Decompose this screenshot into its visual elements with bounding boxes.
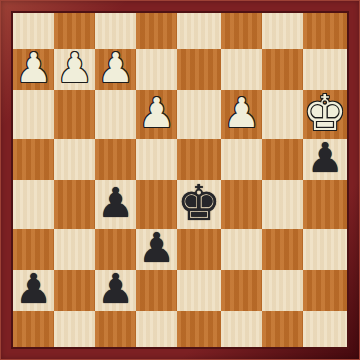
square-h8[interactable] [303, 13, 347, 49]
square-e8[interactable] [177, 13, 221, 49]
square-f5[interactable] [221, 139, 262, 180]
square-e7[interactable] [177, 49, 221, 90]
square-c5[interactable] [95, 139, 136, 180]
white-pawn[interactable]: ♟ [138, 93, 175, 134]
square-a6[interactable] [13, 90, 54, 139]
white-pawn[interactable]: ♟ [223, 93, 260, 134]
square-b4[interactable] [54, 180, 95, 229]
square-f2[interactable] [221, 270, 262, 311]
square-d1[interactable] [136, 311, 177, 347]
square-e2[interactable] [177, 270, 221, 311]
square-g6[interactable] [262, 90, 303, 139]
black-pawn[interactable]: ♟ [97, 269, 134, 310]
square-d3[interactable]: ♟ [136, 229, 177, 270]
square-d5[interactable] [136, 139, 177, 180]
square-e5[interactable] [177, 139, 221, 180]
black-pawn[interactable]: ♟ [307, 138, 344, 179]
square-a4[interactable] [13, 180, 54, 229]
square-g2[interactable] [262, 270, 303, 311]
square-f4[interactable] [221, 180, 262, 229]
black-king[interactable]: ♚ [177, 179, 221, 228]
square-d4[interactable] [136, 180, 177, 229]
square-c1[interactable] [95, 311, 136, 347]
square-g7[interactable] [262, 49, 303, 90]
square-a7[interactable]: ♟ [13, 49, 54, 90]
square-a3[interactable] [13, 229, 54, 270]
chess-board: ♟♟♟♟♟♚♟♟♚♟♟♟ [13, 13, 347, 347]
square-b2[interactable] [54, 270, 95, 311]
white-pawn[interactable]: ♟ [97, 48, 134, 89]
square-c7[interactable]: ♟ [95, 49, 136, 90]
square-c6[interactable] [95, 90, 136, 139]
square-e4[interactable]: ♚ [177, 180, 221, 229]
square-a1[interactable] [13, 311, 54, 347]
square-f6[interactable]: ♟ [221, 90, 262, 139]
square-h7[interactable] [303, 49, 347, 90]
square-f7[interactable] [221, 49, 262, 90]
square-f1[interactable] [221, 311, 262, 347]
black-pawn[interactable]: ♟ [97, 183, 134, 224]
black-pawn[interactable]: ♟ [138, 228, 175, 269]
square-g8[interactable] [262, 13, 303, 49]
white-king[interactable]: ♚ [303, 89, 347, 138]
square-c2[interactable]: ♟ [95, 270, 136, 311]
square-a5[interactable] [13, 139, 54, 180]
square-f8[interactable] [221, 13, 262, 49]
square-c4[interactable]: ♟ [95, 180, 136, 229]
square-h6[interactable]: ♚ [303, 90, 347, 139]
square-e3[interactable] [177, 229, 221, 270]
square-c3[interactable] [95, 229, 136, 270]
square-d2[interactable] [136, 270, 177, 311]
square-b6[interactable] [54, 90, 95, 139]
square-b1[interactable] [54, 311, 95, 347]
square-h3[interactable] [303, 229, 347, 270]
square-d7[interactable] [136, 49, 177, 90]
black-pawn[interactable]: ♟ [15, 269, 52, 310]
white-pawn[interactable]: ♟ [56, 48, 93, 89]
square-h4[interactable] [303, 180, 347, 229]
square-f3[interactable] [221, 229, 262, 270]
square-g4[interactable] [262, 180, 303, 229]
square-d6[interactable]: ♟ [136, 90, 177, 139]
square-e1[interactable] [177, 311, 221, 347]
square-g3[interactable] [262, 229, 303, 270]
square-b5[interactable] [54, 139, 95, 180]
chess-board-frame: ♟♟♟♟♟♚♟♟♚♟♟♟ [0, 0, 360, 360]
square-h1[interactable] [303, 311, 347, 347]
square-b7[interactable]: ♟ [54, 49, 95, 90]
square-h2[interactable] [303, 270, 347, 311]
white-pawn[interactable]: ♟ [15, 48, 52, 89]
square-h5[interactable]: ♟ [303, 139, 347, 180]
square-b3[interactable] [54, 229, 95, 270]
square-d8[interactable] [136, 13, 177, 49]
square-g5[interactable] [262, 139, 303, 180]
square-e6[interactable] [177, 90, 221, 139]
square-a2[interactable]: ♟ [13, 270, 54, 311]
square-g1[interactable] [262, 311, 303, 347]
